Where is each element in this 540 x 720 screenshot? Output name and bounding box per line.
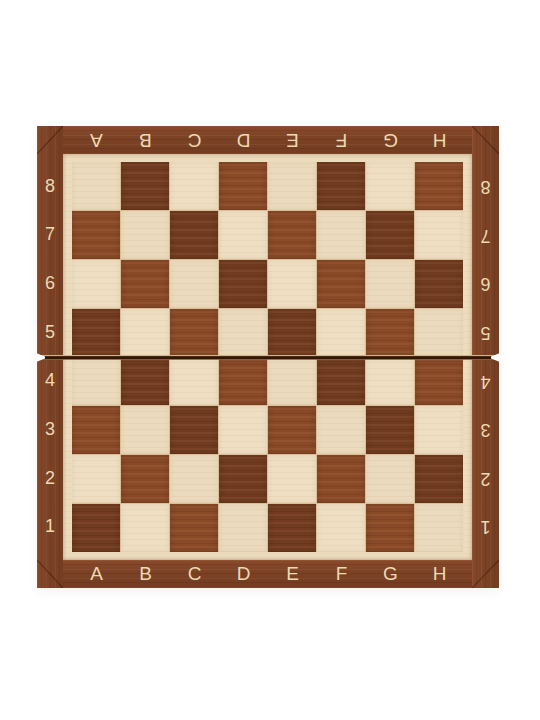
- rank-label-left-5: 5: [37, 308, 63, 357]
- square-g2[interactable]: [366, 455, 414, 503]
- file-label-top-e: E: [268, 126, 317, 154]
- square-e6[interactable]: [268, 260, 316, 308]
- square-e5[interactable]: [268, 309, 316, 357]
- rank-label-left-3: 3: [37, 405, 63, 454]
- square-c4[interactable]: [170, 358, 218, 406]
- rank-label-left-1: 1: [37, 502, 63, 551]
- rank-label-left-2: 2: [37, 454, 63, 503]
- square-f5[interactable]: [317, 309, 365, 357]
- square-a4[interactable]: [72, 358, 120, 406]
- file-label-top-g: G: [366, 126, 415, 154]
- square-f2[interactable]: [317, 455, 365, 503]
- square-d3[interactable]: [219, 406, 267, 454]
- square-e4[interactable]: [268, 358, 316, 406]
- square-h7[interactable]: [415, 211, 463, 259]
- miter-joint-top-left: [37, 126, 63, 154]
- file-label-bottom-b: B: [121, 560, 170, 588]
- square-e7[interactable]: [268, 211, 316, 259]
- square-c1[interactable]: [170, 504, 218, 552]
- square-h6[interactable]: [415, 260, 463, 308]
- square-h2[interactable]: [415, 455, 463, 503]
- square-d2[interactable]: [219, 455, 267, 503]
- rank-label-right-5: 5: [472, 308, 499, 357]
- square-c3[interactable]: [170, 406, 218, 454]
- square-e3[interactable]: [268, 406, 316, 454]
- square-a1[interactable]: [72, 504, 120, 552]
- rank-label-left-6: 6: [37, 259, 63, 308]
- square-c2[interactable]: [170, 455, 218, 503]
- square-g3[interactable]: [366, 406, 414, 454]
- square-d6[interactable]: [219, 260, 267, 308]
- file-label-bottom-g: G: [366, 560, 415, 588]
- square-d8[interactable]: [219, 162, 267, 210]
- square-h5[interactable]: [415, 309, 463, 357]
- square-a8[interactable]: [72, 162, 120, 210]
- square-f7[interactable]: [317, 211, 365, 259]
- board-frame-bottom: [37, 560, 499, 588]
- square-g1[interactable]: [366, 504, 414, 552]
- square-b3[interactable]: [121, 406, 169, 454]
- square-a2[interactable]: [72, 455, 120, 503]
- square-f1[interactable]: [317, 504, 365, 552]
- file-label-top-h: H: [415, 126, 464, 154]
- file-label-bottom-e: E: [268, 560, 317, 588]
- square-g4[interactable]: [366, 358, 414, 406]
- square-a7[interactable]: [72, 211, 120, 259]
- square-g6[interactable]: [366, 260, 414, 308]
- rank-label-right-7: 7: [472, 211, 499, 260]
- miter-joint-top-right: [472, 126, 499, 154]
- square-e1[interactable]: [268, 504, 316, 552]
- rank-label-left-7: 7: [37, 211, 63, 260]
- square-d7[interactable]: [219, 211, 267, 259]
- file-label-top-a: A: [72, 126, 121, 154]
- chessboard: ABCDEFGH ABCDEFGH 87654321 87654321: [37, 126, 499, 588]
- square-h4[interactable]: [415, 358, 463, 406]
- file-label-top-c: C: [170, 126, 219, 154]
- rank-label-left-4: 4: [37, 357, 63, 406]
- square-f4[interactable]: [317, 358, 365, 406]
- square-b6[interactable]: [121, 260, 169, 308]
- square-b2[interactable]: [121, 455, 169, 503]
- square-e2[interactable]: [268, 455, 316, 503]
- square-c5[interactable]: [170, 309, 218, 357]
- rank-label-right-8: 8: [472, 162, 499, 211]
- square-a3[interactable]: [72, 406, 120, 454]
- square-b7[interactable]: [121, 211, 169, 259]
- square-d1[interactable]: [219, 504, 267, 552]
- square-d4[interactable]: [219, 358, 267, 406]
- miter-joint-bottom-left: [37, 560, 63, 588]
- square-b1[interactable]: [121, 504, 169, 552]
- square-g8[interactable]: [366, 162, 414, 210]
- file-label-bottom-f: F: [317, 560, 366, 588]
- rank-label-right-3: 3: [472, 405, 499, 454]
- square-h1[interactable]: [415, 504, 463, 552]
- square-f6[interactable]: [317, 260, 365, 308]
- file-label-bottom-c: C: [170, 560, 219, 588]
- board-frame-top: [37, 126, 499, 154]
- file-label-bottom-d: D: [219, 560, 268, 588]
- square-e8[interactable]: [268, 162, 316, 210]
- square-b5[interactable]: [121, 309, 169, 357]
- rank-label-left-8: 8: [37, 162, 63, 211]
- file-labels-bottom: ABCDEFGH: [72, 560, 464, 588]
- file-label-top-f: F: [317, 126, 366, 154]
- file-label-bottom-h: H: [415, 560, 464, 588]
- square-g7[interactable]: [366, 211, 414, 259]
- miter-joint-bottom-right: [472, 560, 499, 588]
- square-h3[interactable]: [415, 406, 463, 454]
- square-f8[interactable]: [317, 162, 365, 210]
- square-c7[interactable]: [170, 211, 218, 259]
- square-c8[interactable]: [170, 162, 218, 210]
- square-b4[interactable]: [121, 358, 169, 406]
- square-c6[interactable]: [170, 260, 218, 308]
- file-label-top-d: D: [219, 126, 268, 154]
- fold-seam: [37, 355, 499, 360]
- file-labels-top: ABCDEFGH: [72, 126, 464, 154]
- square-f3[interactable]: [317, 406, 365, 454]
- square-b8[interactable]: [121, 162, 169, 210]
- rank-label-right-6: 6: [472, 259, 499, 308]
- rank-label-right-4: 4: [472, 357, 499, 406]
- square-g5[interactable]: [366, 309, 414, 357]
- square-h8[interactable]: [415, 162, 463, 210]
- square-d5[interactable]: [219, 309, 267, 357]
- square-a5[interactable]: [72, 309, 120, 357]
- rank-label-right-2: 2: [472, 454, 499, 503]
- photo-background: ABCDEFGH ABCDEFGH 87654321 87654321: [0, 0, 540, 720]
- file-label-bottom-a: A: [72, 560, 121, 588]
- rank-label-right-1: 1: [472, 502, 499, 551]
- file-label-top-b: B: [121, 126, 170, 154]
- square-a6[interactable]: [72, 260, 120, 308]
